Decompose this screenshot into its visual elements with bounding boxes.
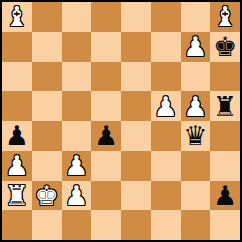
piece-white-pawn[interactable]: ♟ bbox=[183, 93, 207, 120]
square-b4[interactable] bbox=[32, 121, 62, 151]
square-g1[interactable] bbox=[181, 210, 211, 240]
piece-white-rook[interactable]: ♜ bbox=[5, 182, 29, 209]
square-h3[interactable] bbox=[210, 151, 240, 181]
square-c4[interactable] bbox=[62, 121, 92, 151]
square-e1[interactable] bbox=[121, 210, 151, 240]
square-c8[interactable] bbox=[62, 2, 92, 32]
square-a5[interactable] bbox=[2, 91, 32, 121]
square-f5[interactable]: ♟ bbox=[151, 91, 181, 121]
piece-white-bishop[interactable]: ♝ bbox=[213, 3, 237, 30]
piece-black-rook[interactable]: ♜ bbox=[213, 93, 237, 120]
square-b6[interactable] bbox=[32, 62, 62, 92]
square-b1[interactable] bbox=[32, 210, 62, 240]
square-c6[interactable] bbox=[62, 62, 92, 92]
square-e4[interactable] bbox=[121, 121, 151, 151]
piece-white-pawn[interactable]: ♟ bbox=[64, 182, 88, 209]
square-c2[interactable]: ♟ bbox=[62, 181, 92, 211]
square-c1[interactable] bbox=[62, 210, 92, 240]
square-f3[interactable] bbox=[151, 151, 181, 181]
square-f7[interactable] bbox=[151, 32, 181, 62]
piece-black-pawn[interactable]: ♟ bbox=[5, 122, 29, 149]
square-e8[interactable] bbox=[121, 2, 151, 32]
square-e7[interactable] bbox=[121, 32, 151, 62]
square-d8[interactable] bbox=[91, 2, 121, 32]
piece-white-king[interactable]: ♚ bbox=[35, 182, 59, 209]
square-b2[interactable]: ♚ bbox=[32, 181, 62, 211]
chess-board: ♝♝♟♚♟♟♜♟♟♛♟♟♜♚♟♟ bbox=[0, 0, 242, 242]
square-g5[interactable]: ♟ bbox=[181, 91, 211, 121]
piece-white-pawn[interactable]: ♟ bbox=[5, 152, 29, 179]
square-f8[interactable] bbox=[151, 2, 181, 32]
square-h7[interactable]: ♚ bbox=[210, 32, 240, 62]
square-g8[interactable] bbox=[181, 2, 211, 32]
square-b3[interactable] bbox=[32, 151, 62, 181]
square-h8[interactable]: ♝ bbox=[210, 2, 240, 32]
square-e5[interactable] bbox=[121, 91, 151, 121]
square-a6[interactable] bbox=[2, 62, 32, 92]
square-f6[interactable] bbox=[151, 62, 181, 92]
square-d2[interactable] bbox=[91, 181, 121, 211]
square-d4[interactable]: ♟ bbox=[91, 121, 121, 151]
square-f2[interactable] bbox=[151, 181, 181, 211]
square-a4[interactable]: ♟ bbox=[2, 121, 32, 151]
piece-white-pawn[interactable]: ♟ bbox=[64, 152, 88, 179]
square-e3[interactable] bbox=[121, 151, 151, 181]
square-h2[interactable]: ♟ bbox=[210, 181, 240, 211]
square-d6[interactable] bbox=[91, 62, 121, 92]
piece-black-queen[interactable]: ♛ bbox=[183, 122, 207, 149]
square-g4[interactable]: ♛ bbox=[181, 121, 211, 151]
square-c7[interactable] bbox=[62, 32, 92, 62]
square-c5[interactable] bbox=[62, 91, 92, 121]
square-d3[interactable] bbox=[91, 151, 121, 181]
square-h5[interactable]: ♜ bbox=[210, 91, 240, 121]
square-g3[interactable] bbox=[181, 151, 211, 181]
square-a7[interactable] bbox=[2, 32, 32, 62]
square-d5[interactable] bbox=[91, 91, 121, 121]
square-c3[interactable]: ♟ bbox=[62, 151, 92, 181]
square-a8[interactable]: ♝ bbox=[2, 2, 32, 32]
square-a2[interactable]: ♜ bbox=[2, 181, 32, 211]
square-f4[interactable] bbox=[151, 121, 181, 151]
square-a3[interactable]: ♟ bbox=[2, 151, 32, 181]
square-b7[interactable] bbox=[32, 32, 62, 62]
piece-white-bishop[interactable]: ♝ bbox=[5, 3, 29, 30]
piece-black-pawn[interactable]: ♟ bbox=[94, 122, 118, 149]
square-f1[interactable] bbox=[151, 210, 181, 240]
piece-black-king[interactable]: ♚ bbox=[213, 33, 237, 60]
square-h4[interactable] bbox=[210, 121, 240, 151]
square-a1[interactable] bbox=[2, 210, 32, 240]
square-e6[interactable] bbox=[121, 62, 151, 92]
square-g7[interactable]: ♟ bbox=[181, 32, 211, 62]
square-d1[interactable] bbox=[91, 210, 121, 240]
square-g6[interactable] bbox=[181, 62, 211, 92]
square-b5[interactable] bbox=[32, 91, 62, 121]
square-h6[interactable] bbox=[210, 62, 240, 92]
piece-white-pawn[interactable]: ♟ bbox=[154, 93, 178, 120]
square-h1[interactable] bbox=[210, 210, 240, 240]
piece-white-pawn[interactable]: ♟ bbox=[183, 33, 207, 60]
piece-black-pawn[interactable]: ♟ bbox=[213, 182, 237, 209]
square-e2[interactable] bbox=[121, 181, 151, 211]
square-b8[interactable] bbox=[32, 2, 62, 32]
square-g2[interactable] bbox=[181, 181, 211, 211]
square-d7[interactable] bbox=[91, 32, 121, 62]
